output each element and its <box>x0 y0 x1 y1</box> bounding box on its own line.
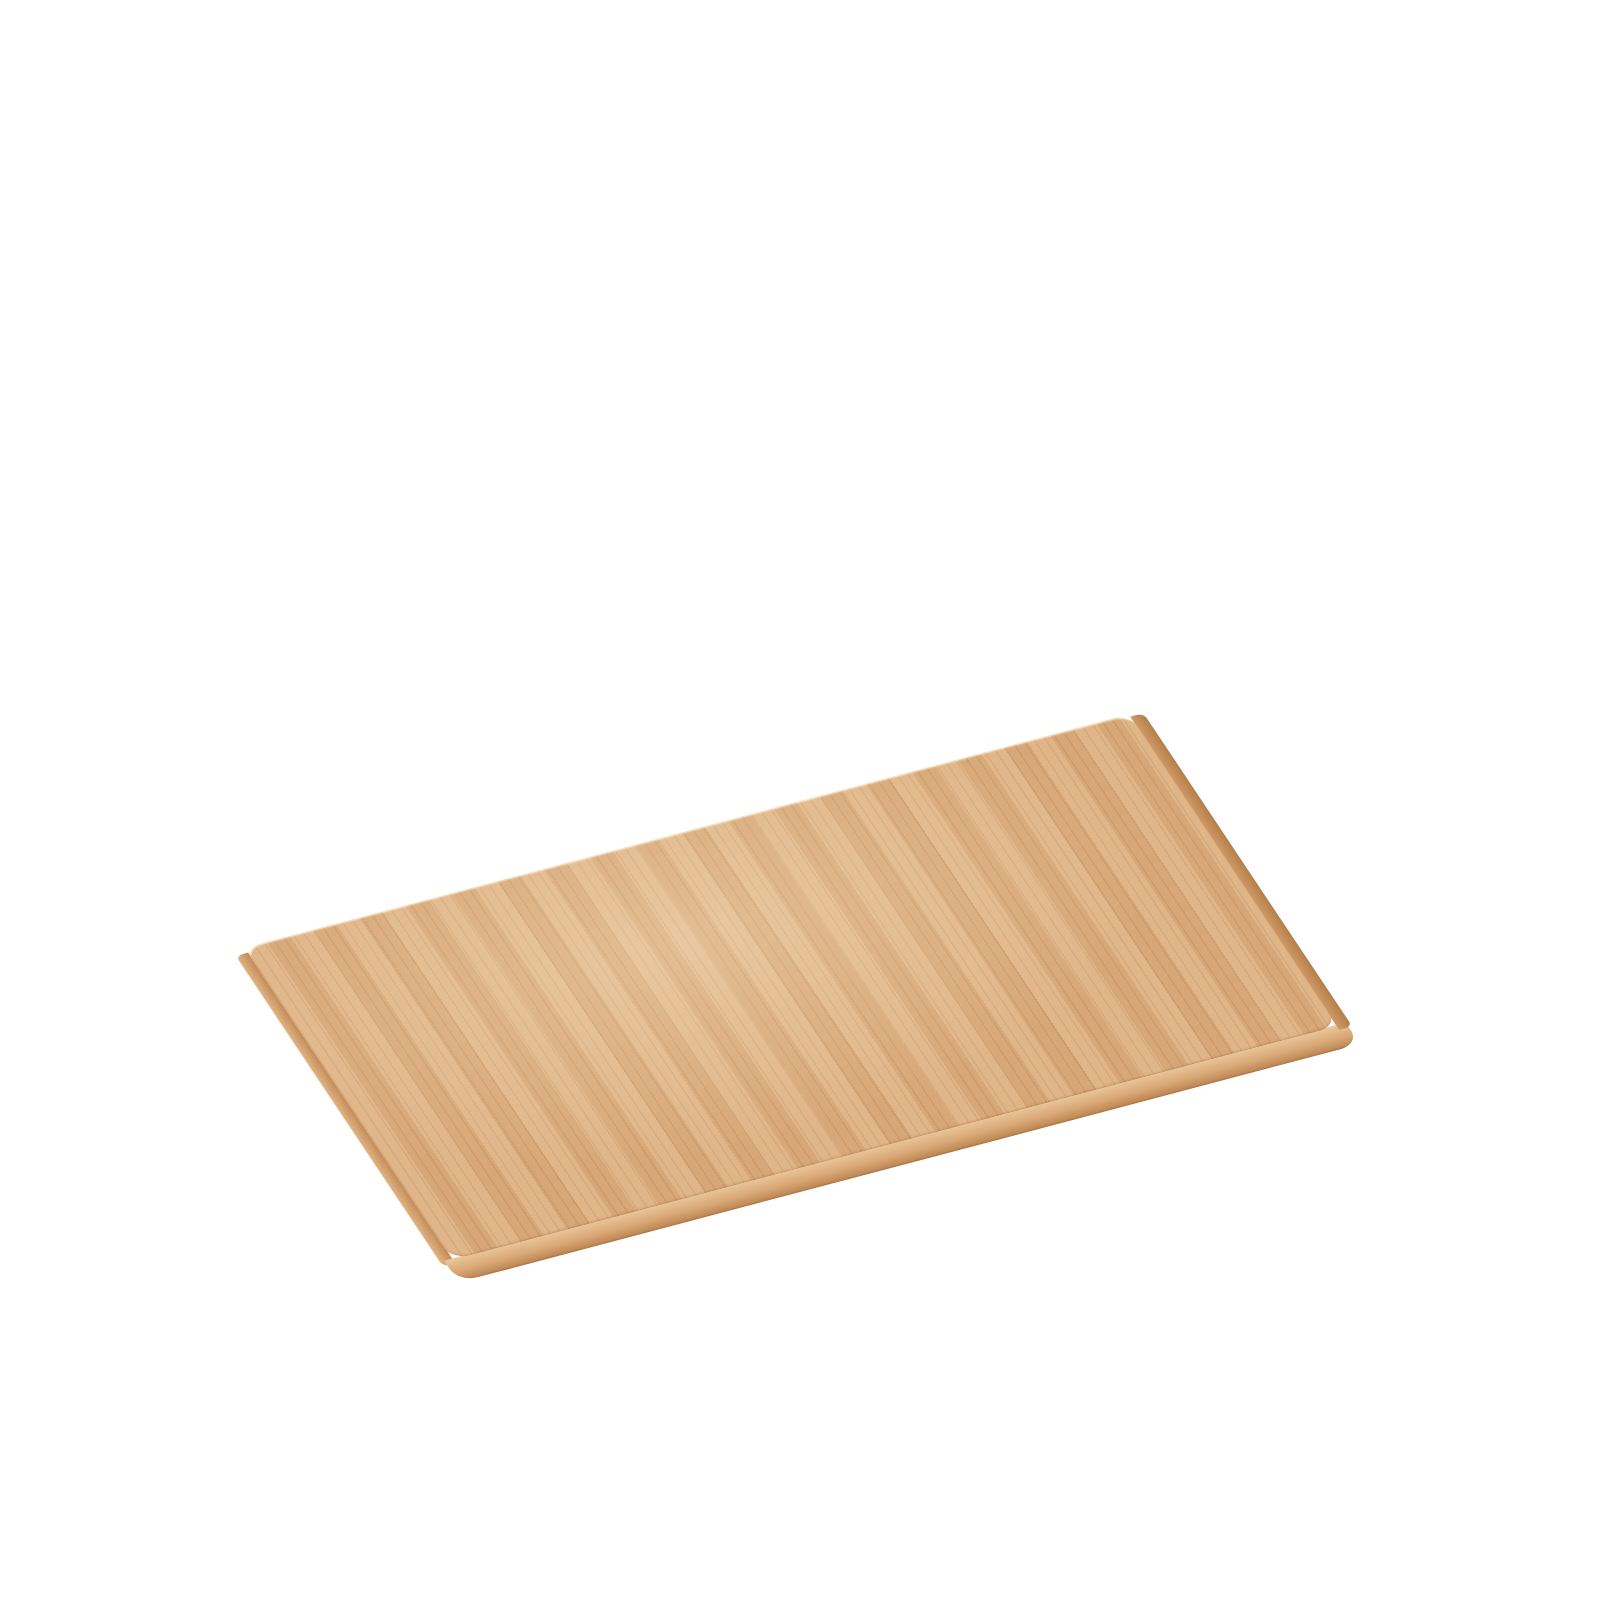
product-photo-canvas <box>0 0 1600 1600</box>
